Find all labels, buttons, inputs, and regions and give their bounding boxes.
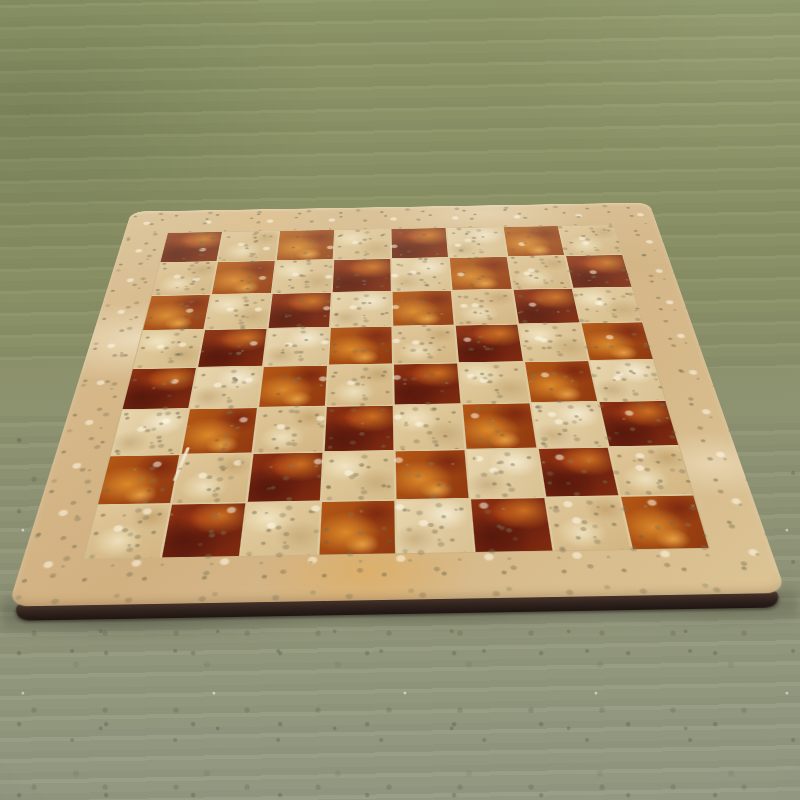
scene (0, 0, 800, 800)
square-r6c8-dark (599, 401, 678, 446)
square-r6c3-light (253, 407, 324, 452)
square-r3c5-dark (393, 291, 454, 326)
square-r8c7-light (546, 497, 630, 551)
square-r4c5-light (393, 326, 457, 364)
square-r7c2-light (173, 454, 251, 503)
square-r4c7-light (519, 323, 588, 361)
square-r7c3-dark (247, 452, 322, 501)
square-r7c4-light (322, 451, 394, 500)
square-r5c3-dark (259, 366, 327, 407)
square-r5c4-light (327, 365, 393, 406)
square-r4c3-light (264, 328, 329, 366)
chess-board (8, 203, 786, 607)
square-r6c2-dark (182, 408, 256, 453)
square-r4c6-dark (456, 324, 522, 362)
square-r2c6-dark (450, 257, 511, 289)
square-r7c5-dark (396, 450, 469, 499)
square-r3c8-light (573, 287, 641, 322)
square-r3c7-dark (513, 288, 579, 323)
square-r5c2-light (191, 367, 262, 408)
square-r2c4-dark (333, 259, 391, 291)
square-r2c3-light (272, 260, 332, 292)
square-r7c6-light (467, 449, 544, 498)
square-r8c6-dark (471, 498, 552, 552)
square-r3c2-light (206, 294, 271, 329)
square-r1c3-dark (276, 230, 334, 260)
square-r1c4-light (334, 229, 390, 259)
board-grid (83, 225, 711, 560)
square-r2c5-light (392, 258, 451, 290)
square-r4c8-dark (581, 322, 653, 360)
square-r3c6-light (453, 290, 517, 325)
square-r1c7-dark (503, 226, 564, 256)
square-r1c6-light (447, 227, 506, 257)
square-r2c1-light (152, 262, 216, 295)
square-r6c7-light (531, 402, 607, 447)
square-r1c1-dark (160, 232, 222, 262)
square-r8c1-light (84, 504, 170, 558)
square-r4c2-dark (198, 329, 266, 367)
square-r1c5-dark (392, 228, 449, 258)
square-r2c7-light (508, 256, 571, 288)
square-r5c7-dark (525, 361, 597, 402)
square-r6c5-light (395, 405, 465, 450)
square-r5c5-dark (394, 363, 461, 404)
square-r8c8-dark (621, 495, 709, 549)
square-r8c3-light (241, 502, 320, 556)
square-r3c1-dark (143, 295, 210, 330)
square-r5c8-light (590, 360, 665, 401)
square-r8c5-light (397, 499, 474, 553)
square-r1c2-light (218, 231, 278, 261)
square-r2c2-dark (212, 261, 274, 293)
square-r7c8-light (609, 446, 692, 495)
square-r8c4-dark (319, 501, 395, 555)
square-r1c8-light (559, 225, 622, 255)
board-frame (8, 203, 786, 607)
square-r3c4-light (331, 292, 392, 327)
square-r2c8-dark (566, 255, 631, 287)
square-r7c1-dark (98, 455, 180, 504)
square-r3c3-dark (268, 293, 330, 328)
square-r5c6-light (459, 362, 528, 403)
square-r6c6-dark (463, 404, 536, 449)
square-r4c4-dark (329, 327, 392, 365)
square-r8c2-dark (162, 503, 244, 557)
square-r4c1-light (133, 330, 203, 368)
square-r7c7-dark (538, 447, 618, 496)
square-r6c4-dark (324, 406, 393, 451)
square-r6c1-light (111, 410, 188, 455)
square-r5c1-dark (123, 368, 197, 409)
